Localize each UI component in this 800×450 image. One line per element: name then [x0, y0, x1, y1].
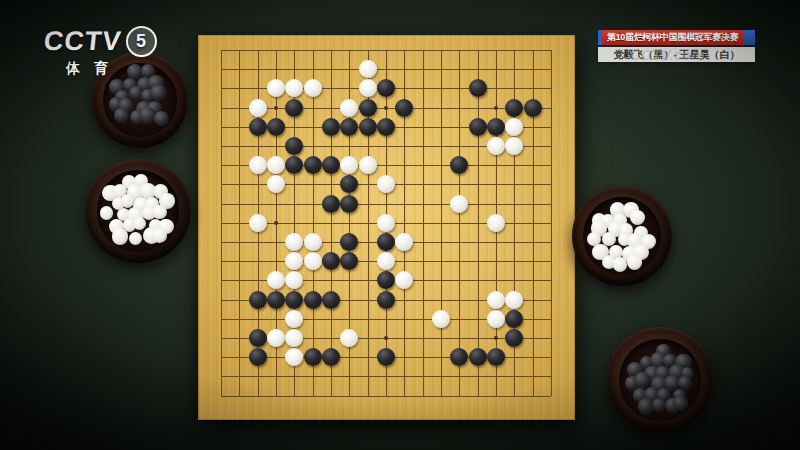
black-stone	[322, 291, 340, 309]
black-stone	[322, 156, 340, 174]
black-stone	[267, 291, 285, 309]
bowl-stones	[619, 339, 702, 422]
black-stone	[285, 137, 303, 155]
black-stone	[450, 156, 468, 174]
white-stone	[450, 195, 468, 213]
white-stone	[249, 214, 267, 232]
white-bowl-stone	[133, 217, 147, 231]
grid-line-v	[423, 50, 424, 396]
black-stone	[377, 233, 395, 251]
bowl-stones	[583, 197, 661, 275]
white-stone	[505, 137, 523, 155]
white-stone	[377, 214, 395, 232]
white-bowl-stone	[100, 206, 113, 219]
black-stone	[285, 156, 303, 174]
black-stone	[395, 99, 413, 117]
black-stone	[285, 99, 303, 117]
white-bowl-stone	[152, 228, 167, 243]
white-stone	[377, 175, 395, 193]
white-stone	[285, 310, 303, 328]
black-stone	[304, 156, 322, 174]
white-stone	[285, 233, 303, 251]
white-stone	[340, 99, 358, 117]
banner-line1: 第10届烂柯杯中国围棋冠军赛决赛	[598, 30, 755, 45]
white-stone	[249, 99, 267, 117]
black-stone	[249, 348, 267, 366]
black-stone	[359, 99, 377, 117]
black-stone	[249, 291, 267, 309]
white-stone	[359, 60, 377, 78]
black-stone	[377, 271, 395, 289]
black-stone	[249, 118, 267, 136]
star-point	[494, 336, 498, 340]
cctv-logo-text: CCTV	[42, 26, 123, 57]
white-stone	[285, 271, 303, 289]
white-stone	[395, 233, 413, 251]
white-stone	[267, 271, 285, 289]
black-stone	[285, 291, 303, 309]
players-bar: 党毅飞（黑）- 王星昊（白）	[598, 47, 755, 62]
white-stone	[267, 329, 285, 347]
black-stone	[359, 118, 377, 136]
star-point	[274, 221, 278, 225]
black-bowl-stone	[150, 85, 166, 101]
black-stone	[469, 348, 487, 366]
black-stone	[340, 175, 358, 193]
black-stone	[505, 99, 523, 117]
black-stone	[487, 348, 505, 366]
white-stone	[359, 79, 377, 97]
black-stone	[505, 310, 523, 328]
stone-bowl-white-mid-right	[572, 186, 672, 286]
white-stone	[267, 79, 285, 97]
white-stone	[487, 291, 505, 309]
channel-subtitle: 体育	[66, 60, 157, 78]
event-title: 第10届烂柯杯中国围棋冠军赛决赛	[607, 31, 738, 44]
channel-number: 5	[136, 31, 146, 52]
white-stone	[304, 233, 322, 251]
grid-line-v	[551, 50, 552, 396]
banner-title-box: 第10届烂柯杯中国围棋冠军赛决赛	[602, 30, 743, 45]
stone-bowl-black-bottom-right	[607, 327, 713, 433]
white-stone	[377, 252, 395, 270]
white-stone	[285, 348, 303, 366]
white-stone	[359, 156, 377, 174]
black-bowl-stone	[634, 372, 651, 389]
white-stone	[267, 175, 285, 193]
white-stone	[285, 79, 303, 97]
black-stone	[340, 118, 358, 136]
grid-line-v	[459, 50, 460, 396]
black-stone	[377, 291, 395, 309]
white-stone	[285, 329, 303, 347]
black-stone	[322, 118, 340, 136]
black-stone	[524, 99, 542, 117]
black-stone	[340, 195, 358, 213]
stone-bowl-white-mid-left	[85, 159, 191, 263]
white-bowl-stone	[129, 232, 142, 245]
white-stone	[249, 156, 267, 174]
white-stone	[304, 79, 322, 97]
black-stone	[304, 348, 322, 366]
white-stone	[340, 156, 358, 174]
black-stone	[450, 348, 468, 366]
title-banner: 第10届烂柯杯中国围棋冠军赛决赛 党毅飞（黑）- 王星昊（白）	[598, 30, 755, 62]
banner-right-cap	[743, 30, 755, 45]
black-stone	[322, 252, 340, 270]
black-stone	[322, 348, 340, 366]
star-point	[494, 106, 498, 110]
black-stone	[469, 118, 487, 136]
white-stone	[267, 156, 285, 174]
white-bowl-stone	[121, 194, 134, 207]
white-stone	[395, 271, 413, 289]
white-stone	[487, 214, 505, 232]
black-stone	[322, 195, 340, 213]
go-board	[198, 35, 575, 420]
white-stone	[340, 329, 358, 347]
black-stone	[469, 79, 487, 97]
white-stone	[304, 252, 322, 270]
white-bowl-stone	[602, 232, 616, 246]
broadcast-frame: CCTV 5 体育 第10届烂柯杯中国围棋冠军赛决赛 党毅飞（黑）- 王星昊（白…	[0, 0, 800, 450]
grid-line-v	[478, 50, 479, 396]
black-stone	[267, 118, 285, 136]
channel-number-badge: 5	[126, 26, 157, 57]
black-stone	[340, 252, 358, 270]
white-stone	[285, 252, 303, 270]
white-bowl-stone	[627, 254, 643, 270]
black-stone	[377, 79, 395, 97]
white-bowl-stone	[152, 205, 166, 219]
bowl-stones	[97, 170, 180, 251]
players-text: 党毅飞（黑）- 王星昊（白）	[613, 48, 739, 62]
black-stone	[487, 118, 505, 136]
star-point	[384, 106, 388, 110]
white-bowl-stone	[112, 228, 129, 245]
white-bowl-stone	[613, 257, 628, 272]
white-stone	[432, 310, 450, 328]
grid-line-h	[221, 396, 551, 397]
black-stone	[340, 233, 358, 251]
white-stone	[505, 118, 523, 136]
grid-line-v	[441, 50, 442, 396]
black-bowl-stone	[114, 108, 128, 122]
white-bowl-stone	[630, 210, 645, 225]
white-stone	[487, 310, 505, 328]
black-stone	[377, 348, 395, 366]
black-stone	[304, 291, 322, 309]
black-stone	[249, 329, 267, 347]
cctv-logo: CCTV 5 体育	[44, 26, 157, 78]
star-point	[384, 336, 388, 340]
white-stone	[487, 137, 505, 155]
star-point	[274, 106, 278, 110]
black-bowl-stone	[673, 396, 688, 411]
white-stone	[505, 291, 523, 309]
black-bowl-stone	[652, 398, 666, 412]
grid-line-h	[221, 376, 551, 377]
black-bowl-stone	[154, 111, 170, 127]
black-stone	[505, 329, 523, 347]
black-stone	[377, 118, 395, 136]
black-bowl-stone	[139, 107, 156, 124]
